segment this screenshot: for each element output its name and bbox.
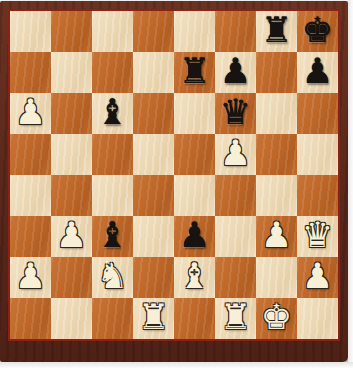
piece-white-knight[interactable]: ♞	[97, 256, 128, 297]
square-d8[interactable]	[133, 11, 174, 52]
piece-black-bishop[interactable]: ♝	[97, 215, 128, 256]
square-b8[interactable]	[51, 11, 92, 52]
piece-white-bishop[interactable]: ♝	[179, 256, 210, 297]
piece-white-pawn[interactable]: ♟	[56, 215, 87, 256]
square-h3[interactable]: ♛	[297, 216, 338, 257]
square-d1[interactable]: ♜	[133, 298, 174, 339]
square-e5[interactable]	[174, 134, 215, 175]
square-b4[interactable]	[51, 175, 92, 216]
square-b5[interactable]	[51, 134, 92, 175]
square-a7[interactable]	[10, 52, 51, 93]
piece-black-pawn[interactable]: ♟	[179, 215, 210, 256]
square-h8[interactable]: ♚	[297, 11, 338, 52]
piece-black-pawn[interactable]: ♟	[220, 51, 251, 92]
square-h5[interactable]	[297, 134, 338, 175]
square-a1[interactable]	[10, 298, 51, 339]
square-e3[interactable]: ♟	[174, 216, 215, 257]
square-g6[interactable]	[256, 93, 297, 134]
square-a8[interactable]	[10, 11, 51, 52]
board-frame: ♜♚♜♟♟♟♝♛♟♟♝♟♟♛♟♞♝♟♜♜♚	[0, 1, 348, 362]
square-g5[interactable]	[256, 134, 297, 175]
piece-white-king[interactable]: ♚	[261, 297, 292, 338]
square-b1[interactable]	[51, 298, 92, 339]
square-h4[interactable]	[297, 175, 338, 216]
square-f1[interactable]: ♜	[215, 298, 256, 339]
piece-white-pawn[interactable]: ♟	[15, 256, 46, 297]
square-a5[interactable]	[10, 134, 51, 175]
square-f8[interactable]	[215, 11, 256, 52]
square-e6[interactable]	[174, 93, 215, 134]
piece-white-queen[interactable]: ♛	[302, 215, 333, 256]
piece-black-queen[interactable]: ♛	[220, 92, 251, 133]
square-f7[interactable]: ♟	[215, 52, 256, 93]
square-c8[interactable]	[92, 11, 133, 52]
square-f4[interactable]	[215, 175, 256, 216]
square-c1[interactable]	[92, 298, 133, 339]
piece-black-bishop[interactable]: ♝	[97, 92, 128, 133]
square-e1[interactable]	[174, 298, 215, 339]
square-b2[interactable]	[51, 257, 92, 298]
square-f2[interactable]	[215, 257, 256, 298]
square-e2[interactable]: ♝	[174, 257, 215, 298]
square-c7[interactable]	[92, 52, 133, 93]
piece-white-rook[interactable]: ♜	[220, 297, 251, 338]
square-d5[interactable]	[133, 134, 174, 175]
page-margin-bottom	[0, 362, 353, 368]
piece-black-king[interactable]: ♚	[302, 10, 333, 51]
piece-black-rook[interactable]: ♜	[261, 10, 292, 51]
piece-white-pawn[interactable]: ♟	[220, 133, 251, 174]
square-f3[interactable]	[215, 216, 256, 257]
square-b7[interactable]	[51, 52, 92, 93]
piece-white-pawn[interactable]: ♟	[15, 92, 46, 133]
square-g4[interactable]	[256, 175, 297, 216]
square-a2[interactable]: ♟	[10, 257, 51, 298]
square-h2[interactable]: ♟	[297, 257, 338, 298]
square-g3[interactable]: ♟	[256, 216, 297, 257]
square-g7[interactable]	[256, 52, 297, 93]
square-h7[interactable]: ♟	[297, 52, 338, 93]
piece-white-pawn[interactable]: ♟	[261, 215, 292, 256]
square-a4[interactable]	[10, 175, 51, 216]
square-d6[interactable]	[133, 93, 174, 134]
square-f5[interactable]: ♟	[215, 134, 256, 175]
square-f6[interactable]: ♛	[215, 93, 256, 134]
piece-black-rook[interactable]: ♜	[179, 51, 210, 92]
square-c6[interactable]: ♝	[92, 93, 133, 134]
page-margin-right	[348, 0, 353, 368]
board-grid: ♜♚♜♟♟♟♝♛♟♟♝♟♟♛♟♞♝♟♜♜♚	[10, 11, 338, 339]
piece-white-pawn[interactable]: ♟	[302, 256, 333, 297]
square-d3[interactable]	[133, 216, 174, 257]
square-b6[interactable]	[51, 93, 92, 134]
square-e7[interactable]: ♜	[174, 52, 215, 93]
square-h1[interactable]	[297, 298, 338, 339]
square-g1[interactable]: ♚	[256, 298, 297, 339]
square-b3[interactable]: ♟	[51, 216, 92, 257]
piece-white-rook[interactable]: ♜	[138, 297, 169, 338]
square-a3[interactable]	[10, 216, 51, 257]
square-a6[interactable]: ♟	[10, 93, 51, 134]
square-g2[interactable]	[256, 257, 297, 298]
square-d7[interactable]	[133, 52, 174, 93]
square-c3[interactable]: ♝	[92, 216, 133, 257]
square-h6[interactable]	[297, 93, 338, 134]
square-c2[interactable]: ♞	[92, 257, 133, 298]
square-c5[interactable]	[92, 134, 133, 175]
piece-black-pawn[interactable]: ♟	[302, 51, 333, 92]
square-d2[interactable]	[133, 257, 174, 298]
square-e8[interactable]	[174, 11, 215, 52]
chess-board-screenshot: ♜♚♜♟♟♟♝♛♟♟♝♟♟♛♟♞♝♟♜♜♚	[0, 0, 353, 368]
square-g8[interactable]: ♜	[256, 11, 297, 52]
board: ♜♚♜♟♟♟♝♛♟♟♝♟♟♛♟♞♝♟♜♜♚	[10, 11, 338, 339]
square-d4[interactable]	[133, 175, 174, 216]
square-e4[interactable]	[174, 175, 215, 216]
square-c4[interactable]	[92, 175, 133, 216]
